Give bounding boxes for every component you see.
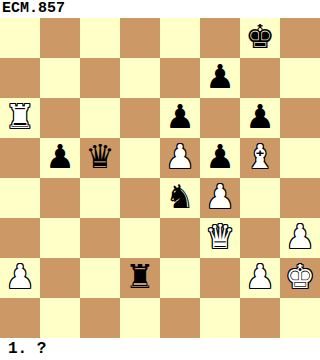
- square-b7[interactable]: [40, 58, 80, 98]
- square-f3[interactable]: ♛: [200, 218, 240, 258]
- square-f8[interactable]: [200, 18, 240, 58]
- square-a1[interactable]: [0, 298, 40, 338]
- square-c2[interactable]: [80, 258, 120, 298]
- square-c8[interactable]: [80, 18, 120, 58]
- square-e1[interactable]: [160, 298, 200, 338]
- square-e7[interactable]: [160, 58, 200, 98]
- square-h6[interactable]: [280, 98, 320, 138]
- square-d1[interactable]: [120, 298, 160, 338]
- white-pawn: ♟: [5, 258, 35, 297]
- square-b5[interactable]: ♟: [40, 138, 80, 178]
- black-pawn: ♟: [205, 138, 235, 177]
- square-a7[interactable]: [0, 58, 40, 98]
- square-e6[interactable]: ♟: [160, 98, 200, 138]
- square-h5[interactable]: [280, 138, 320, 178]
- square-c1[interactable]: [80, 298, 120, 338]
- white-king: ♚: [285, 258, 315, 297]
- square-b6[interactable]: [40, 98, 80, 138]
- square-a5[interactable]: [0, 138, 40, 178]
- square-b2[interactable]: [40, 258, 80, 298]
- square-d7[interactable]: [120, 58, 160, 98]
- square-g1[interactable]: [240, 298, 280, 338]
- square-h7[interactable]: [280, 58, 320, 98]
- chess-board: ♚♟♜♟♟♟♛♟♟♝♞♟♛♟♟♜♟♚: [0, 18, 320, 338]
- square-f1[interactable]: [200, 298, 240, 338]
- black-queen: ♛: [85, 138, 115, 177]
- square-b3[interactable]: [40, 218, 80, 258]
- square-b8[interactable]: [40, 18, 80, 58]
- square-a6[interactable]: ♜: [0, 98, 40, 138]
- black-pawn: ♟: [45, 138, 75, 177]
- square-h2[interactable]: ♚: [280, 258, 320, 298]
- square-d8[interactable]: [120, 18, 160, 58]
- square-f7[interactable]: ♟: [200, 58, 240, 98]
- square-a2[interactable]: ♟: [0, 258, 40, 298]
- square-e8[interactable]: [160, 18, 200, 58]
- square-g5[interactable]: ♝: [240, 138, 280, 178]
- square-h3[interactable]: ♟: [280, 218, 320, 258]
- black-pawn: ♟: [245, 98, 275, 137]
- square-a8[interactable]: [0, 18, 40, 58]
- square-g8[interactable]: ♚: [240, 18, 280, 58]
- square-f6[interactable]: [200, 98, 240, 138]
- square-g2[interactable]: ♟: [240, 258, 280, 298]
- black-pawn: ♟: [165, 98, 195, 137]
- square-c6[interactable]: [80, 98, 120, 138]
- square-h8[interactable]: [280, 18, 320, 58]
- square-e2[interactable]: [160, 258, 200, 298]
- square-d3[interactable]: [120, 218, 160, 258]
- square-d5[interactable]: [120, 138, 160, 178]
- square-c3[interactable]: [80, 218, 120, 258]
- move-prompt: 1. ?: [8, 339, 46, 359]
- black-pawn: ♟: [205, 58, 235, 97]
- square-g7[interactable]: [240, 58, 280, 98]
- square-e4[interactable]: ♞: [160, 178, 200, 218]
- black-rook: ♜: [125, 258, 155, 297]
- white-pawn: ♟: [205, 178, 235, 217]
- black-knight: ♞: [165, 178, 195, 217]
- square-f4[interactable]: ♟: [200, 178, 240, 218]
- square-c7[interactable]: [80, 58, 120, 98]
- white-pawn: ♟: [245, 258, 275, 297]
- white-pawn: ♟: [165, 138, 195, 177]
- square-c5[interactable]: ♛: [80, 138, 120, 178]
- square-g6[interactable]: ♟: [240, 98, 280, 138]
- square-d6[interactable]: [120, 98, 160, 138]
- white-pawn: ♟: [285, 218, 315, 257]
- square-c4[interactable]: [80, 178, 120, 218]
- square-g4[interactable]: [240, 178, 280, 218]
- square-h1[interactable]: [280, 298, 320, 338]
- square-h4[interactable]: [280, 178, 320, 218]
- square-b4[interactable]: [40, 178, 80, 218]
- square-a4[interactable]: [0, 178, 40, 218]
- square-d2[interactable]: ♜: [120, 258, 160, 298]
- square-g3[interactable]: [240, 218, 280, 258]
- square-f2[interactable]: [200, 258, 240, 298]
- square-e3[interactable]: [160, 218, 200, 258]
- white-queen: ♛: [205, 218, 235, 257]
- square-a3[interactable]: [0, 218, 40, 258]
- diagram-title: ECM.857: [2, 0, 65, 17]
- square-b1[interactable]: [40, 298, 80, 338]
- square-d4[interactable]: [120, 178, 160, 218]
- white-rook: ♜: [5, 98, 35, 137]
- black-king: ♚: [245, 18, 275, 57]
- square-f5[interactable]: ♟: [200, 138, 240, 178]
- white-bishop: ♝: [245, 138, 275, 177]
- square-e5[interactable]: ♟: [160, 138, 200, 178]
